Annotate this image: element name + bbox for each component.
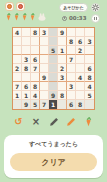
pen-button[interactable] [65, 115, 78, 128]
cell-r9c9[interactable] [85, 100, 94, 109]
memo-pencil-icon [49, 117, 59, 127]
cell-r2c6[interactable] [58, 37, 67, 46]
cell-r8c6[interactable]: 8 [58, 91, 67, 100]
erase-icon: × [32, 117, 40, 127]
cell-r9c6[interactable] [58, 100, 67, 109]
cell-r1c8[interactable] [76, 28, 85, 37]
cell-r9c1[interactable] [13, 100, 22, 109]
cell-r5c1[interactable]: 2 [13, 64, 22, 73]
settings-button[interactable] [91, 3, 100, 12]
cell-r6c6[interactable]: 3 [58, 73, 67, 82]
cell-r4c9[interactable] [85, 55, 94, 64]
cell-r8c3[interactable]: 4 [31, 91, 40, 100]
cell-r1c3[interactable]: 8 [31, 28, 40, 37]
tool-bar: ↺ × [12, 115, 95, 128]
cell-r3c7[interactable] [67, 46, 76, 55]
carrot-icon [21, 13, 28, 21]
cell-r8c5[interactable]: 9 [49, 91, 58, 100]
cell-r3c2[interactable] [22, 46, 31, 55]
completion-hint-text: すべてうまったら [4, 140, 103, 149]
pen-icon [66, 117, 76, 127]
cell-r6c8[interactable]: 4 [76, 73, 85, 82]
cell-r6c3[interactable] [31, 73, 40, 82]
cell-r7c2[interactable]: 6 [22, 82, 31, 91]
cell-r8c1[interactable]: 1 [13, 91, 22, 100]
cell-r7c7[interactable]: 3 [67, 82, 76, 91]
cell-r9c3[interactable]: 5 [31, 100, 40, 109]
top-badges [5, 2, 25, 11]
cell-r5c3[interactable]: 7 [31, 64, 40, 73]
cell-r3c6[interactable]: 1 [58, 46, 67, 55]
clear-button[interactable]: クリア [10, 153, 97, 171]
cell-r8c7[interactable] [67, 91, 76, 100]
cell-r3c8[interactable]: 2 [76, 46, 85, 55]
cell-r7c9[interactable]: 4 [85, 82, 94, 91]
cell-r7c4[interactable] [40, 82, 49, 91]
cell-r5c9[interactable]: 6 [85, 64, 94, 73]
carrot-icon [5, 13, 12, 21]
cell-r5c8[interactable] [76, 64, 85, 73]
timer-value: 00:33 [69, 15, 87, 21]
cell-r4c3[interactable]: 6 [31, 55, 40, 64]
cell-r4c1[interactable] [13, 55, 22, 64]
cell-r3c3[interactable] [31, 46, 40, 55]
how-to-play-label: あそびかた [63, 5, 83, 10]
how-to-play-button[interactable]: あそびかた [59, 3, 88, 12]
cell-r8c9[interactable]: 5 [85, 91, 94, 100]
cell-r2c8[interactable]: 6 [76, 37, 85, 46]
cell-r5c6[interactable]: 2 [58, 64, 67, 73]
cell-r7c5[interactable] [49, 82, 58, 91]
cell-r1c7[interactable] [67, 28, 76, 37]
cell-r3c4[interactable] [40, 46, 49, 55]
cell-r6c9[interactable]: 8 [85, 73, 94, 82]
cell-r9c5[interactable]: 1 [49, 100, 58, 109]
cell-r2c3[interactable] [31, 37, 40, 46]
cell-r2c4[interactable] [40, 37, 49, 46]
undo-icon: ↺ [14, 117, 22, 127]
cell-r3c5[interactable]: 5 [49, 46, 58, 55]
cell-r3c9[interactable] [85, 46, 94, 55]
item-icon-1[interactable] [5, 2, 14, 11]
sudoku-app: あそびかた 00:33 4839863512367287269348768341… [0, 0, 107, 182]
memo-button[interactable] [47, 115, 60, 128]
cell-r1c9[interactable] [85, 28, 94, 37]
hint-button[interactable] [82, 115, 95, 128]
carrot-hint-icon [84, 117, 93, 127]
cell-r1c2[interactable] [22, 28, 31, 37]
cell-r5c5[interactable] [49, 64, 58, 73]
item-icon-2[interactable] [16, 2, 25, 11]
cell-r9c8[interactable]: 8 [76, 100, 85, 109]
clock-icon [62, 16, 67, 21]
pause-button[interactable] [91, 14, 100, 23]
rabbit-icon [37, 13, 47, 21]
cell-r8c4[interactable] [40, 91, 49, 100]
timer: 00:33 [62, 15, 87, 21]
carrot-icon [13, 13, 20, 21]
cell-r2c9[interactable]: 3 [85, 37, 94, 46]
erase-button[interactable]: × [30, 115, 43, 128]
cell-r1c6[interactable]: 9 [58, 28, 67, 37]
cell-r1c1[interactable]: 4 [13, 28, 22, 37]
carrot-icon [29, 13, 36, 21]
cell-r6c4[interactable]: 9 [40, 73, 49, 82]
cell-r6c7[interactable] [67, 73, 76, 82]
cell-r4c4[interactable] [40, 55, 49, 64]
cell-r2c5[interactable] [49, 37, 58, 46]
undo-button[interactable]: ↺ [12, 115, 25, 128]
clear-button-label: クリア [41, 157, 66, 168]
cell-r5c7[interactable] [67, 64, 76, 73]
cell-r5c4[interactable] [40, 64, 49, 73]
cell-r4c6[interactable] [58, 55, 67, 64]
cell-r4c7[interactable]: 7 [67, 55, 76, 64]
cell-r4c8[interactable] [76, 55, 85, 64]
completion-card: すべてうまったら クリア [4, 135, 103, 178]
pause-icon [94, 17, 97, 20]
carrot-counter [5, 13, 47, 21]
cell-r4c2[interactable]: 3 [22, 55, 31, 64]
cell-r9c7[interactable]: 6 [67, 100, 76, 109]
cell-r6c5[interactable] [49, 73, 58, 82]
cell-r7c1[interactable]: 7 [13, 82, 22, 91]
cell-r2c2[interactable] [22, 37, 31, 46]
cell-r1c4[interactable]: 3 [40, 28, 49, 37]
cell-r4c5[interactable] [49, 55, 58, 64]
gear-icon [92, 4, 99, 11]
cell-r6c1[interactable] [13, 73, 22, 82]
cell-r8c2[interactable]: 1 [22, 91, 31, 100]
cell-r8c8[interactable] [76, 91, 85, 100]
cell-r7c6[interactable] [58, 82, 67, 91]
cell-r7c3[interactable]: 8 [31, 82, 40, 91]
cell-r1c5[interactable] [49, 28, 58, 37]
cell-r9c4[interactable]: 7 [40, 100, 49, 109]
cell-r6c2[interactable] [22, 73, 31, 82]
cell-r9c2[interactable]: 9 [22, 100, 31, 109]
cell-r2c1[interactable] [13, 37, 22, 46]
cell-r5c2[interactable]: 8 [22, 64, 31, 73]
cell-r2c7[interactable]: 8 [67, 37, 76, 46]
cell-r3c1[interactable] [13, 46, 22, 55]
cell-r7c8[interactable] [76, 82, 85, 91]
sudoku-board: 483986351236728726934876834114985957168 [12, 27, 95, 110]
